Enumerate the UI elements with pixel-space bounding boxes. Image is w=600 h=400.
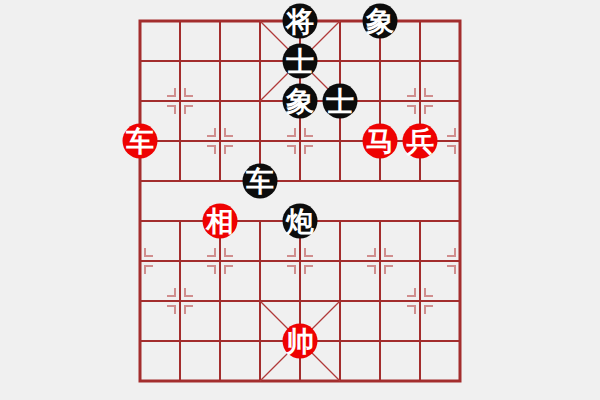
- piece-black-advisor[interactable]: 士: [283, 44, 318, 79]
- piece-black-general[interactable]: 将: [283, 4, 318, 39]
- piece-black-advisor[interactable]: 士: [323, 84, 358, 119]
- piece-red-elephant[interactable]: 相: [203, 204, 238, 239]
- piece-red-general[interactable]: 帅: [283, 324, 318, 359]
- piece-black-cannon[interactable]: 炮: [283, 204, 318, 239]
- xiangqi-board[interactable]: 将象士象士车马兵车相炮帅: [0, 0, 600, 400]
- piece-black-elephant[interactable]: 象: [363, 4, 398, 39]
- piece-black-chariot[interactable]: 车: [243, 164, 278, 199]
- piece-red-chariot[interactable]: 车: [123, 124, 158, 159]
- pieces-layer: 将象士象士车马兵车相炮帅: [0, 0, 600, 400]
- piece-black-elephant[interactable]: 象: [283, 84, 318, 119]
- piece-red-horse[interactable]: 马: [363, 124, 398, 159]
- piece-red-soldier[interactable]: 兵: [403, 124, 438, 159]
